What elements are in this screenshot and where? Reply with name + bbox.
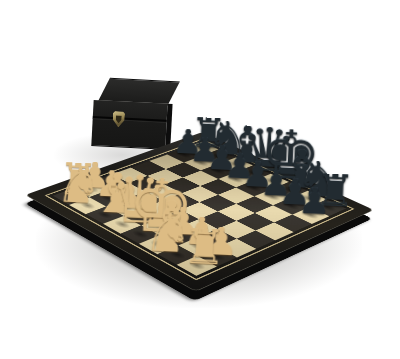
piece-contact-shadow [128, 228, 152, 240]
board-perspective-wrapper: ♜♞♝♛♚♝♞♜♟♟♟♟♟♟♟♟♟♟♟♟♟♟♟♟♜♞♝♛♚♝♞♜ [0, 0, 400, 359]
piece-contact-shadow [166, 230, 191, 242]
piece-contact-shadow [113, 201, 136, 212]
piece-contact-shadow [242, 168, 265, 178]
piece-contact-shadow [204, 250, 229, 263]
piece-contact-shadow [191, 144, 213, 153]
piece-contact-shadow [261, 192, 284, 203]
piece-contact-shadow [316, 202, 340, 213]
playfield: ♜♞♝♛♚♝♞♜♟♟♟♟♟♟♟♟♟♟♟♟♟♟♟♟♜♞♝♛♚♝♞♜ [53, 142, 347, 276]
piece-contact-shadow [148, 220, 172, 232]
piece-contact-shadow [297, 193, 321, 204]
piece-contact-shadow [184, 259, 210, 272]
chess-set-product-photo: ♜♞♝♛♚♝♞♜♟♟♟♟♟♟♟♟♟♟♟♟♟♟♟♟♜♞♝♛♚♝♞♜ [0, 0, 400, 359]
piece-contact-shadow [278, 184, 301, 194]
piece-contact-shadow [185, 240, 210, 252]
piece-contact-shadow [299, 210, 323, 221]
piece-contact-shadow [146, 238, 171, 250]
piece-contact-shadow [165, 248, 190, 261]
chessboard: ♜♞♝♛♚♝♞♜♟♟♟♟♟♟♟♟♟♟♟♟♟♟♟♟♜♞♝♛♚♝♞♜ [25, 132, 374, 292]
piece-contact-shadow [96, 192, 119, 203]
piece-contact-shadow [60, 191, 83, 202]
